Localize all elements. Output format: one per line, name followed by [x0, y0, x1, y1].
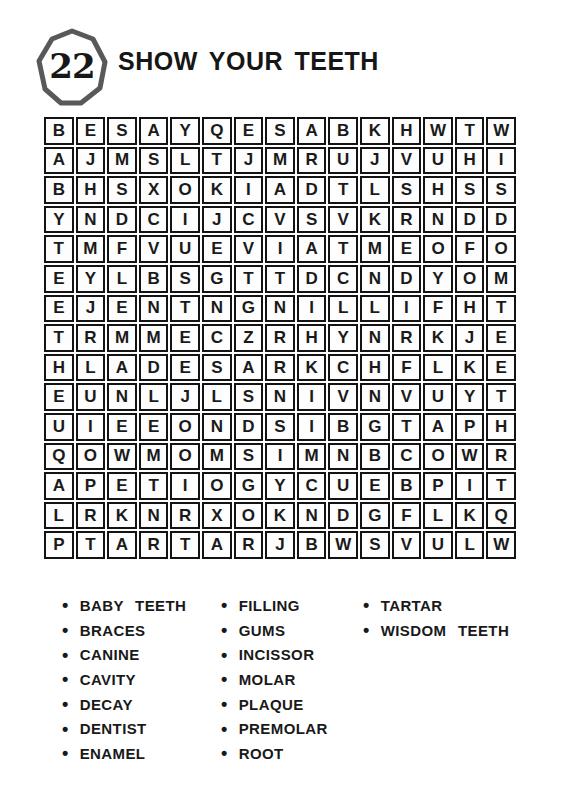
grid-cell[interactable]: N	[423, 206, 453, 234]
grid-cell[interactable]: J	[265, 531, 295, 559]
grid-cell[interactable]: O	[202, 472, 232, 500]
grid-cell[interactable]: K	[107, 502, 137, 530]
grid-cell[interactable]: I	[265, 443, 295, 471]
grid-cell[interactable]: P	[455, 413, 485, 441]
grid-cell[interactable]: L	[423, 354, 453, 382]
grid-cell[interactable]: L	[202, 383, 232, 411]
grid-cell[interactable]: L	[360, 176, 390, 204]
grid-cell[interactable]: U	[76, 383, 106, 411]
grid-cell[interactable]: E	[486, 354, 516, 382]
grid-cell[interactable]: N	[360, 324, 390, 352]
grid-cell[interactable]: A	[265, 176, 295, 204]
grid-cell[interactable]: H	[423, 176, 453, 204]
grid-cell[interactable]: O	[423, 443, 453, 471]
word-list-item: •DENTIST	[62, 716, 186, 741]
grid-cell[interactable]: C	[328, 265, 358, 293]
grid-cell[interactable]: O	[170, 413, 200, 441]
bullet-icon: •	[363, 621, 370, 639]
grid-cell[interactable]: N	[202, 413, 232, 441]
grid-cell[interactable]: B	[392, 472, 422, 500]
grid-cell[interactable]: B	[297, 531, 327, 559]
grid-cell[interactable]: B	[139, 265, 169, 293]
word-list-item: •WISDOM TEETH	[363, 618, 509, 643]
grid-cell[interactable]: A	[423, 413, 453, 441]
puzzle-page: { "header": { "badge_number": "22", "tit…	[0, 0, 565, 800]
bullet-icon: •	[221, 695, 228, 713]
word-list-item: •BABY TEETH	[62, 593, 186, 618]
grid-cell[interactable]: E	[486, 324, 516, 352]
grid-cell[interactable]: V	[265, 206, 295, 234]
grid-cell[interactable]: W	[107, 443, 137, 471]
grid-cell[interactable]: N	[328, 443, 358, 471]
grid-cell[interactable]: N	[139, 295, 169, 323]
grid-cell[interactable]: Y	[328, 324, 358, 352]
grid-cell[interactable]: O	[234, 502, 264, 530]
grid-cell[interactable]: S	[455, 176, 485, 204]
grid-cell[interactable]: S	[297, 206, 327, 234]
grid-cell[interactable]: P	[76, 472, 106, 500]
grid-cell[interactable]: S	[265, 117, 295, 145]
grid-cell[interactable]: L	[328, 295, 358, 323]
grid-cell[interactable]: L	[455, 531, 485, 559]
grid-cell[interactable]: T	[76, 531, 106, 559]
grid-cell[interactable]: K	[202, 176, 232, 204]
grid-cell[interactable]: H	[455, 147, 485, 175]
grid-cell[interactable]: T	[202, 147, 232, 175]
grid-cell[interactable]: V	[328, 206, 358, 234]
grid-cell[interactable]: M	[107, 324, 137, 352]
grid-cell[interactable]: K	[360, 117, 390, 145]
bullet-icon: •	[62, 646, 69, 664]
bullet-icon: •	[62, 596, 69, 614]
grid-cell[interactable]: I	[297, 383, 327, 411]
word-label: INCISSOR	[239, 646, 315, 663]
bullet-icon: •	[221, 720, 228, 738]
bullet-icon: •	[221, 596, 228, 614]
grid-cell[interactable]: D	[392, 265, 422, 293]
grid-cell[interactable]: O	[170, 176, 200, 204]
grid-cell[interactable]: S	[392, 176, 422, 204]
grid-cell[interactable]: A	[107, 354, 137, 382]
grid-cell[interactable]: U	[423, 147, 453, 175]
grid-cell[interactable]: T	[455, 117, 485, 145]
grid-cell[interactable]: Y	[455, 383, 485, 411]
grid-cell[interactable]: M	[76, 235, 106, 263]
grid-cell[interactable]: T	[44, 324, 74, 352]
grid-cell[interactable]: U	[328, 472, 358, 500]
word-label: ROOT	[239, 745, 284, 762]
word-label: ENAMEL	[80, 745, 146, 762]
grid-cell[interactable]: M	[486, 265, 516, 293]
grid-cell[interactable]: U	[423, 531, 453, 559]
grid-cell[interactable]: E	[107, 413, 137, 441]
grid-cell[interactable]: M	[297, 443, 327, 471]
grid-cell[interactable]: Y	[170, 117, 200, 145]
grid-cell[interactable]: R	[486, 443, 516, 471]
grid-cell[interactable]: L	[139, 383, 169, 411]
word-label: CAVITY	[80, 671, 136, 688]
grid-cell[interactable]: I	[265, 235, 295, 263]
grid-cell[interactable]: H	[360, 354, 390, 382]
grid-cell[interactable]: J	[170, 383, 200, 411]
grid-cell[interactable]: L	[170, 147, 200, 175]
page-title: SHOW YOUR TEETH	[118, 47, 379, 76]
grid-cell[interactable]: Z	[234, 324, 264, 352]
grid-cell[interactable]: Y	[44, 206, 74, 234]
word-list-item: •MOLAR	[221, 667, 328, 692]
grid-cell[interactable]: H	[44, 354, 74, 382]
grid-cell[interactable]: T	[170, 295, 200, 323]
grid-cell[interactable]: G	[234, 295, 264, 323]
grid-cell[interactable]: O	[170, 443, 200, 471]
grid-cell[interactable]: P	[423, 472, 453, 500]
grid-cell[interactable]: A	[202, 531, 232, 559]
grid-cell[interactable]: I	[234, 176, 264, 204]
grid-cell[interactable]: B	[328, 117, 358, 145]
grid-cell[interactable]: U	[423, 383, 453, 411]
word-list-item: •ROOT	[221, 741, 328, 766]
grid-cell[interactable]: T	[328, 235, 358, 263]
grid-cell[interactable]: W	[328, 531, 358, 559]
grid-cell[interactable]: M	[139, 443, 169, 471]
grid-cell[interactable]: T	[265, 265, 295, 293]
grid-cell[interactable]: B	[360, 443, 390, 471]
grid-cell[interactable]: S	[360, 531, 390, 559]
grid-cell[interactable]: E	[44, 265, 74, 293]
grid-cell[interactable]: T	[44, 235, 74, 263]
grid-cell[interactable]: M	[360, 235, 390, 263]
grid-cell[interactable]: H	[392, 117, 422, 145]
grid-cell[interactable]: C	[139, 206, 169, 234]
grid-cell[interactable]: A	[107, 531, 137, 559]
grid-cell[interactable]: J	[202, 206, 232, 234]
grid-cell[interactable]: R	[170, 502, 200, 530]
grid-cell[interactable]: Y	[76, 265, 106, 293]
grid-cell[interactable]: G	[360, 413, 390, 441]
grid-cell[interactable]: R	[265, 324, 295, 352]
grid-cell[interactable]: I	[297, 295, 327, 323]
grid-cell[interactable]: T	[486, 383, 516, 411]
grid-cell[interactable]: S	[170, 265, 200, 293]
grid-cell[interactable]: G	[234, 472, 264, 500]
grid-cell[interactable]: N	[139, 502, 169, 530]
grid-cell[interactable]: B	[44, 176, 74, 204]
grid-cell[interactable]: B	[44, 117, 74, 145]
grid-cell[interactable]: A	[297, 235, 327, 263]
word-label: WISDOM TEETH	[381, 622, 509, 639]
grid-cell[interactable]: T	[392, 413, 422, 441]
grid-cell[interactable]: D	[139, 354, 169, 382]
grid-cell[interactable]: T	[328, 176, 358, 204]
grid-cell[interactable]: F	[455, 235, 485, 263]
grid-cell[interactable]: F	[423, 295, 453, 323]
bullet-icon: •	[221, 621, 228, 639]
grid-cell[interactable]: O	[423, 235, 453, 263]
grid-cell[interactable]: D	[297, 176, 327, 204]
grid-cell[interactable]: H	[76, 176, 106, 204]
grid-cell[interactable]: L	[44, 502, 74, 530]
word-search-grid: BESAYQESABKHWTWAJMSLTJMRUJVUHIBHSXOKIADT…	[44, 117, 516, 559]
grid-cell[interactable]: S	[234, 383, 264, 411]
grid-cell[interactable]: E	[76, 117, 106, 145]
grid-cell[interactable]: N	[360, 265, 390, 293]
word-list-item: •BRACES	[62, 618, 186, 643]
grid-cell[interactable]: M	[139, 324, 169, 352]
grid-cell[interactable]: K	[265, 502, 295, 530]
grid-cell[interactable]: V	[234, 235, 264, 263]
grid-cell[interactable]: W	[486, 117, 516, 145]
word-list-item: •INCISSOR	[221, 642, 328, 667]
word-list-item: •ENAMEL	[62, 741, 186, 766]
word-list-item: •CANINE	[62, 642, 186, 667]
grid-cell[interactable]: Q	[44, 443, 74, 471]
grid-cell[interactable]: E	[107, 295, 137, 323]
word-list-item: •CAVITY	[62, 667, 186, 692]
grid-cell[interactable]: F	[107, 235, 137, 263]
bullet-icon: •	[62, 621, 69, 639]
grid-cell[interactable]: Q	[202, 117, 232, 145]
grid-cell[interactable]: A	[297, 117, 327, 145]
grid-cell[interactable]: M	[107, 147, 137, 175]
word-list-item: •TARTAR	[363, 593, 509, 618]
grid-cell[interactable]: O	[455, 265, 485, 293]
grid-cell[interactable]: N	[202, 295, 232, 323]
grid-cell[interactable]: H	[486, 413, 516, 441]
grid-cell[interactable]: H	[297, 324, 327, 352]
grid-cell[interactable]: R	[392, 324, 422, 352]
grid-cell[interactable]: S	[234, 443, 264, 471]
grid-cell[interactable]: U	[170, 235, 200, 263]
grid-cell[interactable]: C	[202, 324, 232, 352]
grid-cell[interactable]: O	[76, 443, 106, 471]
word-label: DECAY	[80, 696, 133, 713]
grid-cell[interactable]: R	[392, 206, 422, 234]
grid-cell[interactable]: N	[297, 502, 327, 530]
grid-cell[interactable]: I	[392, 295, 422, 323]
puzzle-number: 22	[34, 27, 110, 107]
word-label: MOLAR	[239, 671, 296, 688]
grid-cell[interactable]: M	[202, 443, 232, 471]
word-label: PLAQUE	[239, 696, 304, 713]
word-list-item: •DECAY	[62, 692, 186, 717]
grid-cell[interactable]: A	[44, 147, 74, 175]
grid-cell[interactable]: E	[44, 383, 74, 411]
grid-cell[interactable]: T	[486, 295, 516, 323]
grid-cell[interactable]: N	[265, 295, 295, 323]
grid-cell[interactable]: E	[170, 324, 200, 352]
grid-cell[interactable]: I	[455, 472, 485, 500]
grid-cell[interactable]: A	[139, 117, 169, 145]
grid-cell[interactable]: T	[234, 265, 264, 293]
grid-cell[interactable]: I	[297, 413, 327, 441]
grid-cell[interactable]: Y	[423, 265, 453, 293]
grid-cell[interactable]: W	[423, 117, 453, 145]
grid-cell[interactable]: K	[360, 206, 390, 234]
grid-cell[interactable]: O	[486, 235, 516, 263]
word-list-item: •PREMOLAR	[221, 716, 328, 741]
grid-cell[interactable]: N	[107, 383, 137, 411]
grid-cell[interactable]: Q	[486, 502, 516, 530]
grid-cell[interactable]: W	[455, 443, 485, 471]
grid-cell[interactable]: L	[423, 502, 453, 530]
grid-cell[interactable]: I	[76, 413, 106, 441]
grid-cell[interactable]: S	[265, 413, 295, 441]
grid-cell[interactable]: K	[455, 502, 485, 530]
grid-cell[interactable]: M	[265, 147, 295, 175]
grid-cell[interactable]: S	[107, 176, 137, 204]
grid-cell[interactable]: G	[360, 502, 390, 530]
grid-cell[interactable]: S	[486, 176, 516, 204]
grid-cell[interactable]: R	[234, 531, 264, 559]
grid-cell[interactable]: D	[107, 206, 137, 234]
grid-cell[interactable]: N	[360, 383, 390, 411]
bullet-icon: •	[221, 744, 228, 762]
word-label: GUMS	[239, 622, 286, 639]
grid-cell[interactable]: S	[202, 354, 232, 382]
grid-cell[interactable]: E	[44, 295, 74, 323]
grid-cell[interactable]: E	[202, 235, 232, 263]
grid-cell[interactable]: K	[297, 354, 327, 382]
word-list-column-2: •FILLING•GUMS•INCISSOR•MOLAR•PLAQUE•PREM…	[221, 593, 328, 766]
word-label: CANINE	[80, 646, 140, 663]
grid-cell[interactable]: Y	[265, 472, 295, 500]
grid-cell[interactable]: W	[486, 531, 516, 559]
grid-cell[interactable]: C	[234, 206, 264, 234]
grid-cell[interactable]: U	[44, 413, 74, 441]
grid-cell[interactable]: L	[76, 354, 106, 382]
word-list-column-3: •TARTAR•WISDOM TEETH	[363, 593, 509, 642]
grid-cell[interactable]: I	[486, 147, 516, 175]
grid-cell[interactable]: S	[139, 147, 169, 175]
grid-cell[interactable]: C	[328, 354, 358, 382]
grid-cell[interactable]: E	[234, 117, 264, 145]
grid-cell[interactable]: R	[297, 147, 327, 175]
grid-cell[interactable]: C	[392, 443, 422, 471]
grid-cell[interactable]: F	[392, 502, 422, 530]
word-label: BRACES	[80, 622, 146, 639]
bullet-icon: •	[62, 744, 69, 762]
word-list-column-1: •BABY TEETH•BRACES•CANINE•CAVITY•DECAY•D…	[62, 593, 186, 766]
grid-cell[interactable]: F	[392, 354, 422, 382]
bullet-icon: •	[62, 695, 69, 713]
grid-cell[interactable]: D	[234, 413, 264, 441]
grid-cell[interactable]: I	[170, 472, 200, 500]
grid-cell[interactable]: J	[360, 147, 390, 175]
grid-cell[interactable]: V	[392, 531, 422, 559]
grid-cell[interactable]: J	[234, 147, 264, 175]
grid-cell[interactable]: X	[202, 502, 232, 530]
word-list-item: •GUMS	[221, 618, 328, 643]
grid-cell[interactable]: L	[360, 295, 390, 323]
bullet-icon: •	[363, 596, 370, 614]
grid-cell[interactable]: A	[234, 354, 264, 382]
bullet-icon: •	[221, 646, 228, 664]
grid-cell[interactable]: V	[328, 383, 358, 411]
grid-cell[interactable]: C	[297, 472, 327, 500]
word-label: BABY TEETH	[80, 597, 187, 614]
grid-cell[interactable]: E	[170, 354, 200, 382]
grid-cell[interactable]: U	[328, 147, 358, 175]
grid-cell[interactable]: E	[360, 472, 390, 500]
bullet-icon: •	[221, 670, 228, 688]
bullet-icon: •	[62, 720, 69, 738]
grid-cell[interactable]: E	[107, 472, 137, 500]
grid-cell[interactable]: V	[392, 147, 422, 175]
grid-cell[interactable]: N	[265, 383, 295, 411]
grid-cell[interactable]: T	[486, 472, 516, 500]
grid-cell[interactable]: N	[76, 206, 106, 234]
grid-cell[interactable]: D	[486, 206, 516, 234]
grid-cell[interactable]: E	[392, 235, 422, 263]
grid-cell[interactable]: R	[139, 531, 169, 559]
grid-cell[interactable]: V	[139, 235, 169, 263]
grid-cell[interactable]: R	[76, 324, 106, 352]
grid-cell[interactable]: T	[139, 472, 169, 500]
grid-cell[interactable]: L	[107, 265, 137, 293]
bullet-icon: •	[62, 670, 69, 688]
grid-cell[interactable]: K	[455, 354, 485, 382]
grid-cell[interactable]: G	[202, 265, 232, 293]
grid-cell[interactable]: H	[455, 295, 485, 323]
word-label: DENTIST	[80, 720, 147, 737]
grid-cell[interactable]: K	[423, 324, 453, 352]
grid-cell[interactable]: R	[76, 502, 106, 530]
grid-cell[interactable]: X	[139, 176, 169, 204]
grid-cell[interactable]: E	[139, 413, 169, 441]
grid-cell[interactable]: D	[297, 265, 327, 293]
grid-cell[interactable]: T	[170, 531, 200, 559]
grid-cell[interactable]: A	[44, 472, 74, 500]
word-label: TARTAR	[381, 597, 443, 614]
word-list-item: •PLAQUE	[221, 692, 328, 717]
word-label: FILLING	[239, 597, 300, 614]
grid-cell[interactable]: J	[76, 295, 106, 323]
word-label: PREMOLAR	[239, 720, 328, 737]
grid-cell[interactable]: S	[107, 117, 137, 145]
grid-cell[interactable]: B	[328, 413, 358, 441]
grid-cell[interactable]: D	[328, 502, 358, 530]
grid-cell[interactable]: R	[265, 354, 295, 382]
grid-cell[interactable]: D	[455, 206, 485, 234]
grid-cell[interactable]: J	[76, 147, 106, 175]
grid-cell[interactable]: V	[392, 383, 422, 411]
grid-cell[interactable]: J	[455, 324, 485, 352]
grid-cell[interactable]: P	[44, 531, 74, 559]
grid-cell[interactable]: I	[170, 206, 200, 234]
word-list-item: •FILLING	[221, 593, 328, 618]
